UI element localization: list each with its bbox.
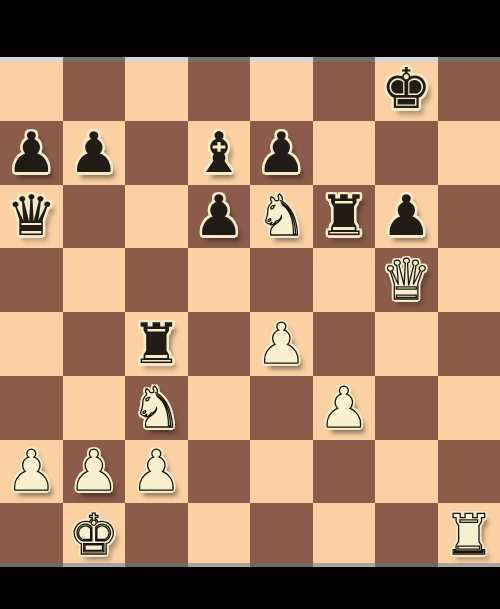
- square-c3[interactable]: ♞: [125, 376, 188, 440]
- piece-black-rook[interactable]: ♜: [125, 312, 188, 376]
- square-c1[interactable]: [125, 503, 188, 567]
- square-f7[interactable]: [313, 121, 376, 185]
- square-d1[interactable]: [188, 503, 251, 567]
- square-h1[interactable]: ♜: [438, 503, 500, 567]
- square-a5[interactable]: [0, 248, 63, 312]
- square-e6[interactable]: ♞: [250, 185, 313, 249]
- square-f4[interactable]: [313, 312, 376, 376]
- square-b4[interactable]: [63, 312, 126, 376]
- square-b2[interactable]: ♟: [63, 440, 126, 504]
- square-h5[interactable]: [438, 248, 500, 312]
- square-c2[interactable]: ♟: [125, 440, 188, 504]
- piece-black-queen[interactable]: ♛: [0, 185, 63, 249]
- piece-white-pawn[interactable]: ♟: [63, 440, 126, 504]
- piece-white-king[interactable]: ♚: [63, 503, 126, 567]
- square-d3[interactable]: [188, 376, 251, 440]
- piece-white-pawn[interactable]: ♟: [313, 376, 376, 440]
- square-b5[interactable]: [63, 248, 126, 312]
- square-g2[interactable]: [375, 440, 438, 504]
- letterbox-top: [0, 0, 500, 57]
- piece-white-pawn[interactable]: ♟: [125, 440, 188, 504]
- square-b3[interactable]: [63, 376, 126, 440]
- square-b7[interactable]: ♟: [63, 121, 126, 185]
- piece-black-king[interactable]: ♚: [375, 57, 438, 121]
- square-a8[interactable]: [0, 57, 63, 121]
- piece-black-pawn[interactable]: ♟: [63, 121, 126, 185]
- piece-white-pawn[interactable]: ♟: [250, 312, 313, 376]
- square-f6[interactable]: ♜: [313, 185, 376, 249]
- square-f5[interactable]: [313, 248, 376, 312]
- square-f1[interactable]: [313, 503, 376, 567]
- piece-white-rook[interactable]: ♜: [438, 503, 500, 567]
- letterbox-bottom: [0, 567, 500, 609]
- square-e5[interactable]: [250, 248, 313, 312]
- square-e4[interactable]: ♟: [250, 312, 313, 376]
- square-a4[interactable]: [0, 312, 63, 376]
- square-d6[interactable]: ♟: [188, 185, 251, 249]
- square-h3[interactable]: [438, 376, 500, 440]
- piece-black-pawn[interactable]: ♟: [250, 121, 313, 185]
- square-e8[interactable]: [250, 57, 313, 121]
- piece-white-queen[interactable]: ♛: [375, 248, 438, 312]
- square-g6[interactable]: ♟: [375, 185, 438, 249]
- square-h6[interactable]: [438, 185, 500, 249]
- square-e2[interactable]: [250, 440, 313, 504]
- chess-board: ♚♟♟♝♟♛♟♞♜♟♛♜♟♞♟♟♟♟♚♜: [0, 57, 500, 567]
- square-c7[interactable]: [125, 121, 188, 185]
- square-g7[interactable]: [375, 121, 438, 185]
- square-d5[interactable]: [188, 248, 251, 312]
- square-c4[interactable]: ♜: [125, 312, 188, 376]
- square-b6[interactable]: [63, 185, 126, 249]
- square-g4[interactable]: [375, 312, 438, 376]
- square-b8[interactable]: [63, 57, 126, 121]
- piece-black-rook[interactable]: ♜: [313, 185, 376, 249]
- square-h2[interactable]: [438, 440, 500, 504]
- piece-black-pawn[interactable]: ♟: [188, 185, 251, 249]
- piece-white-knight[interactable]: ♞: [125, 376, 188, 440]
- square-g8[interactable]: ♚: [375, 57, 438, 121]
- square-f8[interactable]: [313, 57, 376, 121]
- square-f3[interactable]: ♟: [313, 376, 376, 440]
- piece-white-knight[interactable]: ♞: [250, 185, 313, 249]
- square-h7[interactable]: [438, 121, 500, 185]
- piece-black-pawn[interactable]: ♟: [0, 121, 63, 185]
- square-h8[interactable]: [438, 57, 500, 121]
- piece-black-pawn[interactable]: ♟: [375, 185, 438, 249]
- square-h4[interactable]: [438, 312, 500, 376]
- piece-black-bishop[interactable]: ♝: [188, 121, 251, 185]
- square-e1[interactable]: [250, 503, 313, 567]
- square-a1[interactable]: [0, 503, 63, 567]
- square-g5[interactable]: ♛: [375, 248, 438, 312]
- square-b1[interactable]: ♚: [63, 503, 126, 567]
- square-g3[interactable]: [375, 376, 438, 440]
- chess-app-screen: ♚♟♟♝♟♛♟♞♜♟♛♜♟♞♟♟♟♟♚♜: [0, 0, 500, 609]
- square-c8[interactable]: [125, 57, 188, 121]
- square-d8[interactable]: [188, 57, 251, 121]
- square-d2[interactable]: [188, 440, 251, 504]
- square-d7[interactable]: ♝: [188, 121, 251, 185]
- square-f2[interactable]: [313, 440, 376, 504]
- square-d4[interactable]: [188, 312, 251, 376]
- square-e3[interactable]: [250, 376, 313, 440]
- square-a7[interactable]: ♟: [0, 121, 63, 185]
- square-g1[interactable]: [375, 503, 438, 567]
- square-c5[interactable]: [125, 248, 188, 312]
- square-a3[interactable]: [0, 376, 63, 440]
- square-a2[interactable]: ♟: [0, 440, 63, 504]
- square-a6[interactable]: ♛: [0, 185, 63, 249]
- square-c6[interactable]: [125, 185, 188, 249]
- square-e7[interactable]: ♟: [250, 121, 313, 185]
- piece-white-pawn[interactable]: ♟: [0, 440, 63, 504]
